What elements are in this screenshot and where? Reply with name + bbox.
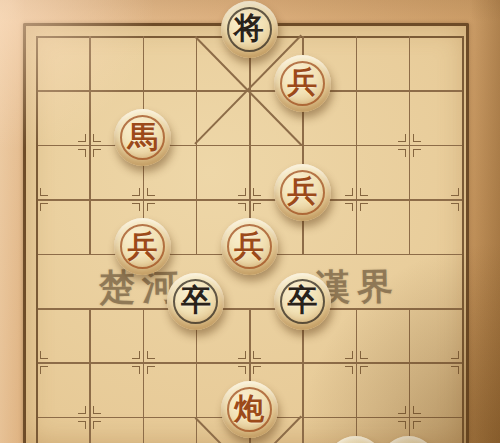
point-marker: [93, 134, 101, 142]
piece-character: 将: [234, 13, 264, 43]
piece-character: 兵: [287, 176, 317, 206]
grid-file-line: [89, 308, 91, 443]
point-marker: [132, 203, 140, 211]
point-marker: [238, 203, 246, 211]
point-marker: [132, 351, 140, 359]
point-marker: [253, 366, 261, 374]
grid-file-line: [356, 36, 358, 254]
grid-file-line: [36, 36, 38, 443]
point-marker: [238, 366, 246, 374]
point-marker: [345, 188, 353, 196]
point-marker: [147, 188, 155, 196]
point-marker: [398, 134, 406, 142]
grid-file-line: [462, 36, 464, 443]
point-marker: [147, 203, 155, 211]
point-marker: [413, 134, 421, 142]
point-marker: [147, 366, 155, 374]
point-marker: [345, 203, 353, 211]
piece-partial-unknown[interactable]: [380, 436, 437, 443]
point-marker: [345, 366, 353, 374]
point-marker: [451, 188, 459, 196]
piece-black-general[interactable]: 将: [221, 1, 278, 58]
point-marker: [40, 366, 48, 374]
grid-file-line: [89, 36, 91, 254]
xiangqi-board[interactable]: 楚河 漢界 将兵馬兵兵兵卒卒炮: [0, 0, 500, 443]
point-marker: [360, 366, 368, 374]
piece-character: 兵: [287, 67, 317, 97]
piece-red-cannon[interactable]: 炮: [221, 381, 278, 438]
point-marker: [451, 351, 459, 359]
grid-file-line: [409, 36, 411, 254]
xiangqi-screen: 楚河 漢界 将兵馬兵兵兵卒卒炮: [0, 0, 500, 443]
point-marker: [40, 351, 48, 359]
piece-red-soldier[interactable]: 兵: [274, 164, 331, 221]
piece-character: 兵: [234, 231, 264, 261]
point-marker: [253, 351, 261, 359]
piece-black-soldier[interactable]: 卒: [274, 273, 331, 330]
point-marker: [413, 421, 421, 429]
point-marker: [40, 203, 48, 211]
point-marker: [413, 406, 421, 414]
piece-character: 炮: [234, 394, 264, 424]
point-marker: [78, 149, 86, 157]
grid-file-line: [143, 308, 145, 443]
piece-red-soldier[interactable]: 兵: [221, 218, 278, 275]
point-marker: [78, 134, 86, 142]
piece-character: 卒: [181, 285, 211, 315]
point-marker: [360, 351, 368, 359]
point-marker: [360, 188, 368, 196]
point-marker: [398, 421, 406, 429]
point-marker: [93, 421, 101, 429]
point-marker: [398, 406, 406, 414]
point-marker: [132, 188, 140, 196]
piece-red-horse[interactable]: 馬: [114, 109, 171, 166]
grid-file-line: [356, 308, 358, 443]
grid-file-line: [409, 308, 411, 443]
point-marker: [360, 203, 368, 211]
piece-red-soldier[interactable]: 兵: [114, 218, 171, 275]
point-marker: [238, 351, 246, 359]
point-marker: [78, 421, 86, 429]
point-marker: [238, 188, 246, 196]
point-marker: [132, 366, 140, 374]
point-marker: [451, 366, 459, 374]
grid-file-line: [196, 36, 198, 254]
piece-red-soldier[interactable]: 兵: [274, 55, 331, 112]
point-marker: [253, 203, 261, 211]
piece-character: 兵: [128, 231, 158, 261]
point-marker: [451, 203, 459, 211]
point-marker: [398, 149, 406, 157]
point-marker: [93, 406, 101, 414]
piece-character: 馬: [128, 122, 158, 152]
piece-black-soldier[interactable]: 卒: [167, 273, 224, 330]
point-marker: [78, 406, 86, 414]
point-marker: [93, 149, 101, 157]
point-marker: [40, 188, 48, 196]
piece-partial-unknown[interactable]: [327, 436, 384, 443]
piece-character: 卒: [287, 285, 317, 315]
point-marker: [413, 149, 421, 157]
point-marker: [345, 351, 353, 359]
point-marker: [253, 188, 261, 196]
point-marker: [147, 351, 155, 359]
